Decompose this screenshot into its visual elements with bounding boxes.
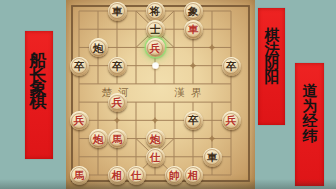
piece-red-soldier[interactable]: 兵	[70, 111, 89, 130]
piece-red-soldier[interactable]: 兵	[146, 38, 165, 57]
piece-red-horse[interactable]: 馬	[108, 129, 127, 148]
piece-red-chariot[interactable]: 車	[184, 20, 203, 39]
piece-red-cannon[interactable]: 炮	[146, 129, 165, 148]
banner-left-calligraphy: 船长象棋	[25, 31, 53, 159]
piece-black-general[interactable]: 将	[146, 2, 165, 21]
piece-black-cannon[interactable]: 炮	[89, 38, 108, 57]
piece-black-soldier[interactable]: 卒	[222, 57, 241, 76]
banner-right-top-calligraphy: 棋法阴阳	[258, 8, 285, 125]
banner-right-bottom-calligraphy: 道为经纬	[295, 63, 324, 186]
piece-black-soldier[interactable]: 卒	[184, 111, 203, 130]
banner-right-top-text: 棋法阴阳	[262, 8, 281, 71]
piece-black-chariot[interactable]: 車	[108, 2, 127, 21]
piece-red-advisor[interactable]: 仕	[146, 148, 165, 167]
last-move-origin-dot	[152, 62, 159, 69]
banner-right-bottom-text: 道为经纬	[300, 63, 319, 131]
piece-black-chariot[interactable]: 車	[203, 148, 222, 167]
piece-red-elephant[interactable]: 相	[184, 166, 203, 185]
piece-red-general[interactable]: 帥	[165, 166, 184, 185]
piece-black-soldier[interactable]: 卒	[108, 57, 127, 76]
river-label-han-jie: 漢界	[167, 86, 215, 100]
page-background: 楚河 漢界 車将象士車炮兵卒卒卒兵兵卒兵炮馬炮仕車馬相仕帥相 船长象棋 棋法阴阳…	[0, 0, 336, 189]
banner-left-text: 船长象棋	[28, 31, 51, 91]
piece-red-elephant[interactable]: 相	[108, 166, 127, 185]
piece-red-soldier[interactable]: 兵	[222, 111, 241, 130]
piece-black-advisor[interactable]: 士	[146, 20, 165, 39]
piece-red-advisor[interactable]: 仕	[127, 166, 146, 185]
piece-red-soldier[interactable]: 兵	[108, 93, 127, 112]
piece-red-horse[interactable]: 馬	[70, 166, 89, 185]
piece-red-cannon[interactable]: 炮	[89, 129, 108, 148]
piece-black-soldier[interactable]: 卒	[70, 57, 89, 76]
piece-black-elephant[interactable]: 象	[184, 2, 203, 21]
